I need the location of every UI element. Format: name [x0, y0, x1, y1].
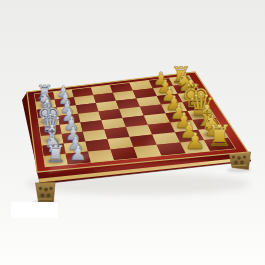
piece-white-pawn[interactable]: ♟ — [185, 128, 206, 154]
board-foot-right — [229, 152, 251, 170]
piece-black-pawn[interactable]: ♟ — [69, 142, 87, 165]
watermark-box — [11, 202, 58, 218]
piece-white-rook[interactable]: ♜ — [206, 119, 233, 153]
board-foot-right-ornament — [240, 161, 244, 165]
board-foot-right-ornament — [243, 155, 246, 158]
board-foot-right-ornament — [232, 155, 235, 158]
board-foot-left-ornament — [46, 193, 50, 197]
piece-black-rook[interactable]: ♜ — [45, 140, 66, 168]
board-foot-left-ornament — [40, 193, 44, 197]
board-foot-left-ornament — [49, 187, 52, 190]
square-a6[interactable] — [88, 149, 114, 162]
board-foot-right-ornament — [234, 161, 238, 165]
board-foot-left-ornament — [39, 187, 42, 190]
product-photo: ♜♟♞♟♟♝♜♟♟♞♚♟♟♝♛♟♟♚♝♟♟♛♞♟♟♝♜♟♟♞♟♜ — [0, 0, 265, 265]
chess-set-photo: ♜♟♞♟♟♝♜♟♟♞♚♟♟♝♛♟♟♚♝♟♟♛♞♟♟♝♜♟♟♞♟♜ — [0, 0, 265, 265]
square-a5[interactable] — [111, 147, 138, 160]
board-foot-right-ornament — [237, 156, 241, 160]
board-foot-left-ornament — [44, 188, 48, 192]
